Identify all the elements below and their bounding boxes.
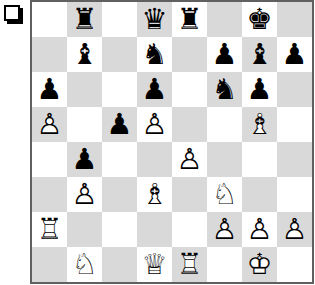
piece-black-pawn[interactable]: ♟	[32, 72, 67, 107]
piece-outline: ♙	[137, 107, 172, 142]
piece-black-bishop[interactable]: ♝	[242, 37, 277, 72]
square-c1[interactable]	[102, 247, 137, 282]
piece-glyph: ♟	[137, 72, 172, 107]
square-a5[interactable]: ♟♙	[32, 107, 67, 142]
piece-outline: ♘	[207, 177, 242, 212]
square-f1[interactable]	[207, 247, 242, 282]
square-a8[interactable]	[32, 2, 67, 37]
square-b1[interactable]: ♞♘	[67, 247, 102, 282]
white-to-move-indicator	[4, 5, 20, 21]
piece-white-knight[interactable]: ♞♘	[207, 177, 242, 212]
square-a7[interactable]	[32, 37, 67, 72]
square-a1[interactable]	[32, 247, 67, 282]
piece-glyph: ♞	[207, 72, 242, 107]
square-d4[interactable]	[137, 142, 172, 177]
square-g2[interactable]: ♟♙	[242, 212, 277, 247]
piece-outline: ♙	[172, 142, 207, 177]
piece-outline: ♕	[137, 247, 172, 282]
square-h7[interactable]: ♟	[277, 37, 312, 72]
square-e8[interactable]: ♜	[172, 2, 207, 37]
square-f2[interactable]: ♟♙	[207, 212, 242, 247]
square-h6[interactable]	[277, 72, 312, 107]
piece-glyph: ♟	[242, 72, 277, 107]
piece-white-king[interactable]: ♚♔	[242, 247, 277, 282]
piece-outline: ♔	[242, 247, 277, 282]
piece-black-knight[interactable]: ♞	[137, 37, 172, 72]
square-a3[interactable]	[32, 177, 67, 212]
square-c2[interactable]	[102, 212, 137, 247]
piece-black-rook[interactable]: ♜	[67, 2, 102, 37]
piece-glyph: ♛	[137, 2, 172, 37]
piece-glyph: ♝	[67, 37, 102, 72]
piece-black-pawn[interactable]: ♟	[207, 37, 242, 72]
square-g6[interactable]: ♟	[242, 72, 277, 107]
square-c3[interactable]	[102, 177, 137, 212]
piece-black-knight[interactable]: ♞	[207, 72, 242, 107]
chess-board: ♜♛♜♚♝♞♟♝♟♟♟♞♟♟♙♟♟♙♝♗♟♟♙♟♙♝♗♞♘♜♖♟♙♟♙♟♙♞♘♛…	[30, 0, 314, 284]
piece-black-pawn[interactable]: ♟	[137, 72, 172, 107]
piece-outline: ♗	[242, 107, 277, 142]
piece-black-pawn[interactable]: ♟	[242, 72, 277, 107]
piece-glyph: ♟	[102, 107, 137, 142]
piece-glyph: ♟	[277, 37, 312, 72]
chess-diagram: ♜♛♜♚♝♞♟♝♟♟♟♞♟♟♙♟♟♙♝♗♟♟♙♟♙♝♗♞♘♜♖♟♙♟♙♟♙♞♘♛…	[0, 0, 315, 285]
piece-glyph: ♜	[67, 2, 102, 37]
square-h1[interactable]	[277, 247, 312, 282]
square-d7[interactable]: ♞	[137, 37, 172, 72]
square-d6[interactable]: ♟	[137, 72, 172, 107]
piece-black-king[interactable]: ♚	[242, 2, 277, 37]
piece-outline: ♙	[207, 212, 242, 247]
square-h4[interactable]	[277, 142, 312, 177]
piece-white-bishop[interactable]: ♝♗	[242, 107, 277, 142]
piece-outline: ♘	[67, 247, 102, 282]
square-h5[interactable]	[277, 107, 312, 142]
piece-outline: ♙	[242, 212, 277, 247]
piece-outline: ♖	[32, 212, 67, 247]
piece-white-pawn[interactable]: ♟♙	[67, 177, 102, 212]
square-b7[interactable]: ♝	[67, 37, 102, 72]
square-e2[interactable]	[172, 212, 207, 247]
square-e4[interactable]: ♟♙	[172, 142, 207, 177]
square-g7[interactable]: ♝	[242, 37, 277, 72]
square-b4[interactable]: ♟	[67, 142, 102, 177]
square-d8[interactable]: ♛	[137, 2, 172, 37]
square-e1[interactable]: ♜♖	[172, 247, 207, 282]
square-b3[interactable]: ♟♙	[67, 177, 102, 212]
piece-glyph: ♟	[67, 142, 102, 177]
piece-glyph: ♟	[207, 37, 242, 72]
square-d3[interactable]: ♝♗	[137, 177, 172, 212]
piece-white-queen[interactable]: ♛♕	[137, 247, 172, 282]
piece-white-rook[interactable]: ♜♖	[32, 212, 67, 247]
square-e7[interactable]	[172, 37, 207, 72]
square-a2[interactable]: ♜♖	[32, 212, 67, 247]
square-g4[interactable]	[242, 142, 277, 177]
square-e6[interactable]	[172, 72, 207, 107]
square-d2[interactable]	[137, 212, 172, 247]
piece-outline: ♙	[277, 212, 312, 247]
piece-white-pawn[interactable]: ♟♙	[32, 107, 67, 142]
square-g3[interactable]	[242, 177, 277, 212]
square-d1[interactable]: ♛♕	[137, 247, 172, 282]
square-f3[interactable]: ♞♘	[207, 177, 242, 212]
piece-white-pawn[interactable]: ♟♙	[242, 212, 277, 247]
piece-outline: ♖	[172, 247, 207, 282]
square-f8[interactable]	[207, 2, 242, 37]
square-f6[interactable]: ♞	[207, 72, 242, 107]
piece-black-bishop[interactable]: ♝	[67, 37, 102, 72]
piece-white-pawn[interactable]: ♟♙	[207, 212, 242, 247]
square-c6[interactable]	[102, 72, 137, 107]
square-f5[interactable]	[207, 107, 242, 142]
piece-black-rook[interactable]: ♜	[172, 2, 207, 37]
square-c5[interactable]: ♟	[102, 107, 137, 142]
piece-white-knight[interactable]: ♞♘	[67, 247, 102, 282]
square-c7[interactable]	[102, 37, 137, 72]
square-a6[interactable]: ♟	[32, 72, 67, 107]
piece-white-pawn[interactable]: ♟♙	[137, 107, 172, 142]
piece-glyph: ♝	[242, 37, 277, 72]
square-d5[interactable]: ♟♙	[137, 107, 172, 142]
piece-white-bishop[interactable]: ♝♗	[137, 177, 172, 212]
square-g1[interactable]: ♚♔	[242, 247, 277, 282]
piece-white-pawn[interactable]: ♟♙	[277, 212, 312, 247]
piece-glyph: ♚	[242, 2, 277, 37]
piece-glyph: ♞	[137, 37, 172, 72]
piece-white-rook[interactable]: ♜♖	[172, 247, 207, 282]
square-a4[interactable]	[32, 142, 67, 177]
piece-outline: ♙	[67, 177, 102, 212]
piece-white-pawn[interactable]: ♟♙	[172, 142, 207, 177]
square-h8[interactable]	[277, 2, 312, 37]
piece-glyph: ♟	[32, 72, 67, 107]
piece-black-pawn[interactable]: ♟	[102, 107, 137, 142]
square-g8[interactable]: ♚	[242, 2, 277, 37]
square-b2[interactable]	[67, 212, 102, 247]
square-g5[interactable]: ♝♗	[242, 107, 277, 142]
square-c8[interactable]	[102, 2, 137, 37]
square-b5[interactable]	[67, 107, 102, 142]
square-b8[interactable]: ♜	[67, 2, 102, 37]
piece-glyph: ♜	[172, 2, 207, 37]
piece-outline: ♙	[32, 107, 67, 142]
square-f4[interactable]	[207, 142, 242, 177]
piece-outline: ♗	[137, 177, 172, 212]
square-h2[interactable]: ♟♙	[277, 212, 312, 247]
piece-black-queen[interactable]: ♛	[137, 2, 172, 37]
square-c4[interactable]	[102, 142, 137, 177]
square-e3[interactable]	[172, 177, 207, 212]
square-f7[interactable]: ♟	[207, 37, 242, 72]
square-b6[interactable]	[67, 72, 102, 107]
square-h3[interactable]	[277, 177, 312, 212]
square-e5[interactable]	[172, 107, 207, 142]
piece-black-pawn[interactable]: ♟	[67, 142, 102, 177]
piece-black-pawn[interactable]: ♟	[277, 37, 312, 72]
